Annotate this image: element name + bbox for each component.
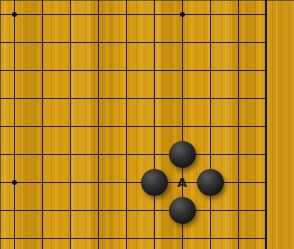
grid-hline: [0, 126, 267, 127]
grid-vline: [98, 0, 99, 249]
grid-vline: [70, 0, 71, 249]
black-stone-p10: [141, 169, 168, 196]
star-point-k10: [12, 180, 17, 185]
grid-vline: [126, 0, 127, 249]
grid-hline: [0, 210, 267, 211]
grid-vline: [42, 0, 43, 249]
grid-hline: [0, 154, 267, 155]
grid-hline: [0, 70, 267, 71]
grid-vline: [210, 0, 211, 249]
black-stone-r10: [197, 169, 224, 196]
grid-hline: [0, 238, 267, 239]
grid-vline: [154, 0, 155, 249]
board-edge-line: [265, 0, 267, 249]
black-stone-q9: [169, 197, 196, 224]
grid-hline: [0, 14, 267, 15]
star-point-k16: [12, 12, 17, 17]
star-point-q16: [180, 12, 185, 17]
grid-vline: [14, 0, 15, 249]
grid-vline: [238, 0, 239, 249]
go-board-screenshot: A: [0, 0, 294, 249]
black-stone-q11: [169, 141, 196, 168]
go-board-surface[interactable]: A: [0, 0, 294, 249]
grid-hline: [0, 42, 267, 43]
grid-hline: [0, 182, 267, 183]
grid-hline: [0, 98, 267, 99]
